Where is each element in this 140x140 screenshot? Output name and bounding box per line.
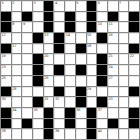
clue-number-14: 14 <box>66 33 70 37</box>
clue-number-37: 37 <box>98 108 102 112</box>
white-cell-r7c11[interactable]: 24 <box>108 65 118 75</box>
clue-number-22: 22 <box>130 54 134 58</box>
white-cell-r8c12[interactable] <box>119 76 129 86</box>
white-cell-r11c6[interactable] <box>54 108 64 118</box>
white-cell-r5c4[interactable] <box>33 44 43 54</box>
white-cell-r8c13[interactable] <box>129 76 139 86</box>
black-cell-r3c5 <box>44 22 54 32</box>
white-cell-r8c6[interactable] <box>54 76 64 86</box>
clue-number-23: 23 <box>2 65 6 69</box>
white-cell-r10c6[interactable]: 32 <box>54 97 64 107</box>
white-cell-r11c4[interactable]: 35 <box>33 108 43 118</box>
white-cell-r8c9[interactable] <box>87 76 97 86</box>
white-cell-r7c7[interactable] <box>65 65 75 75</box>
white-cell-r3c4[interactable] <box>33 22 43 32</box>
clue-number-25: 25 <box>2 76 6 80</box>
white-cell-r11c11[interactable] <box>108 108 118 118</box>
white-cell-r1c3[interactable] <box>22 1 32 11</box>
white-cell-r5c3[interactable] <box>22 44 32 54</box>
white-cell-r13c6[interactable]: 39 <box>54 129 64 139</box>
white-cell-r6c9[interactable] <box>87 54 97 64</box>
black-cell-r3c9 <box>87 22 97 32</box>
white-cell-r4c8[interactable] <box>76 33 86 43</box>
white-cell-r13c1[interactable]: 38 <box>1 129 11 139</box>
white-cell-r9c7[interactable] <box>65 87 75 97</box>
white-cell-r6c1[interactable]: 19 <box>1 54 11 64</box>
white-cell-r8c2[interactable] <box>12 76 22 86</box>
clue-number-18: 18 <box>87 44 91 48</box>
black-cell-r12c11 <box>108 119 118 129</box>
white-cell-r10c7[interactable] <box>65 97 75 107</box>
white-cell-r6c5[interactable]: 20 <box>44 54 54 64</box>
black-cell-r10c4 <box>33 97 43 107</box>
white-cell-r3c3[interactable]: 9 <box>22 22 32 32</box>
black-cell-r2c1 <box>1 12 11 22</box>
white-cell-r10c13[interactable] <box>129 97 139 107</box>
black-cell-r13c9 <box>87 129 97 139</box>
black-cell-r9c1 <box>1 87 11 97</box>
white-cell-r9c9[interactable]: 29 <box>87 87 97 97</box>
black-cell-r5c8 <box>76 44 86 54</box>
black-cell-r10c8 <box>76 97 86 107</box>
white-cell-r10c1[interactable]: 30 <box>1 97 11 107</box>
clue-number-28: 28 <box>12 87 16 91</box>
white-cell-r13c10[interactable]: 40 <box>97 129 107 139</box>
black-cell-r1c9 <box>87 1 97 11</box>
white-cell-r13c7[interactable] <box>65 129 75 139</box>
clue-number-19: 19 <box>2 54 6 58</box>
black-cell-r5c13 <box>129 44 139 54</box>
black-cell-r12c5 <box>44 119 54 129</box>
white-cell-r6c13[interactable]: 22 <box>129 54 139 64</box>
white-cell-r9c12[interactable] <box>119 87 129 97</box>
white-cell-r12c2[interactable] <box>12 119 22 129</box>
black-cell-r7c6 <box>54 65 64 75</box>
white-cell-r1c13[interactable] <box>129 1 139 11</box>
black-cell-r9c6 <box>54 87 64 97</box>
white-cell-r10c9[interactable] <box>87 97 97 107</box>
white-cell-r10c12[interactable] <box>119 97 129 107</box>
black-cell-r3c13 <box>129 22 139 32</box>
black-cell-r3c7 <box>65 22 75 32</box>
black-cell-r2c5 <box>44 12 54 22</box>
black-cell-r6c4 <box>33 54 43 64</box>
white-cell-r13c8[interactable] <box>76 129 86 139</box>
white-cell-r4c13[interactable] <box>129 33 139 43</box>
white-cell-r13c12[interactable] <box>119 129 129 139</box>
white-cell-r13c4[interactable] <box>33 129 43 139</box>
white-cell-r10c2[interactable] <box>12 97 22 107</box>
white-cell-r11c8[interactable]: 36 <box>76 108 86 118</box>
white-cell-r1c6[interactable]: 4 <box>54 1 64 11</box>
white-cell-r13c13[interactable] <box>129 129 139 139</box>
clue-number-12: 12 <box>2 33 6 37</box>
white-cell-r1c2[interactable]: 2 <box>12 1 22 11</box>
black-cell-r11c5 <box>44 108 54 118</box>
black-cell-r10c10 <box>97 97 107 107</box>
white-cell-r13c11[interactable] <box>108 129 118 139</box>
white-cell-r7c12[interactable] <box>119 65 129 75</box>
white-cell-r2c8[interactable] <box>76 12 86 22</box>
white-cell-r5c12[interactable] <box>119 44 129 54</box>
white-cell-r7c9[interactable] <box>87 65 97 75</box>
white-cell-r6c11[interactable]: 21 <box>108 54 118 64</box>
black-cell-r3c1 <box>1 22 11 32</box>
white-cell-r10c11[interactable]: 33 <box>108 97 118 107</box>
white-cell-r11c2[interactable]: 34 <box>12 108 22 118</box>
white-cell-r10c5[interactable]: 31 <box>44 97 54 107</box>
clue-number-13: 13 <box>44 33 48 37</box>
clue-number-3: 3 <box>34 1 36 5</box>
white-cell-r5c7[interactable] <box>65 44 75 54</box>
white-cell-r7c3[interactable] <box>22 65 32 75</box>
white-cell-r9c10[interactable] <box>97 87 107 97</box>
white-cell-r13c2[interactable] <box>12 129 22 139</box>
black-cell-r13c5 <box>44 129 54 139</box>
clue-number-40: 40 <box>98 129 102 133</box>
clue-number-31: 31 <box>44 97 48 101</box>
white-cell-r8c3[interactable] <box>22 76 32 86</box>
white-cell-r9c4[interactable] <box>33 87 43 97</box>
white-cell-r4c11[interactable]: 16 <box>108 33 118 43</box>
white-cell-r11c10[interactable]: 37 <box>97 108 107 118</box>
white-cell-r6c3[interactable] <box>22 54 32 64</box>
clue-number-6: 6 <box>98 1 100 5</box>
clue-number-2: 2 <box>12 1 14 5</box>
black-cell-r5c6 <box>54 44 64 54</box>
black-cell-r2c9 <box>87 12 97 22</box>
white-cell-r1c11[interactable] <box>108 1 118 11</box>
clue-number-39: 39 <box>55 129 59 133</box>
clue-number-15: 15 <box>87 33 91 37</box>
white-cell-r2c12[interactable] <box>119 12 129 22</box>
white-cell-r2c6[interactable] <box>54 12 64 22</box>
white-cell-r7c13[interactable] <box>129 65 139 75</box>
black-cell-r2c3 <box>22 12 32 22</box>
white-cell-r4c12[interactable] <box>119 33 129 43</box>
black-cell-r11c1 <box>1 108 11 118</box>
black-cell-r7c4 <box>33 65 43 75</box>
black-cell-r12c9 <box>87 119 97 129</box>
clue-number-8: 8 <box>12 22 14 26</box>
white-cell-r3c2[interactable]: 8 <box>12 22 22 32</box>
white-cell-r9c11[interactable] <box>108 87 118 97</box>
black-cell-r5c1 <box>1 44 11 54</box>
white-cell-r6c8[interactable] <box>76 54 86 64</box>
white-cell-r5c2[interactable]: 17 <box>12 44 22 54</box>
clue-number-32: 32 <box>55 97 59 101</box>
black-cell-r1c5 <box>44 1 54 11</box>
white-cell-r4c3[interactable] <box>22 33 32 43</box>
crossword-grid: 1234567891011121314151617181920212223242… <box>0 0 140 140</box>
black-cell-r9c13 <box>129 87 139 97</box>
clue-number-26: 26 <box>44 76 48 80</box>
white-cell-r12c6[interactable] <box>54 119 64 129</box>
black-cell-r11c13 <box>129 108 139 118</box>
white-cell-r8c5[interactable]: 26 <box>44 76 54 86</box>
white-cell-r4c9[interactable]: 15 <box>87 33 97 43</box>
black-cell-r8c4 <box>33 76 43 86</box>
clue-number-11: 11 <box>108 22 112 26</box>
white-cell-r9c5[interactable] <box>44 87 54 97</box>
white-cell-r6c2[interactable] <box>12 54 22 64</box>
white-cell-r1c7[interactable] <box>65 1 75 11</box>
black-cell-r9c8 <box>76 87 86 97</box>
white-cell-r8c11[interactable]: 27 <box>108 76 118 86</box>
black-cell-r8c10 <box>97 76 107 86</box>
black-cell-r11c9 <box>87 108 97 118</box>
white-cell-r13c3[interactable] <box>22 129 32 139</box>
white-cell-r5c10[interactable] <box>97 44 107 54</box>
white-cell-r9c3[interactable] <box>22 87 32 97</box>
white-cell-r12c10[interactable] <box>97 119 107 129</box>
clue-number-24: 24 <box>108 65 112 69</box>
white-cell-r12c4[interactable] <box>33 119 43 129</box>
clue-number-10: 10 <box>98 22 102 26</box>
black-cell-r12c3 <box>22 119 32 129</box>
black-cell-r2c11 <box>108 12 118 22</box>
clue-number-29: 29 <box>87 87 91 91</box>
white-cell-r7c2[interactable] <box>12 65 22 75</box>
white-cell-r3c6[interactable] <box>54 22 64 32</box>
black-cell-r7c8 <box>76 65 86 75</box>
clue-number-16: 16 <box>108 33 112 37</box>
white-cell-r3c10[interactable]: 10 <box>97 22 107 32</box>
white-cell-r5c9[interactable]: 18 <box>87 44 97 54</box>
black-cell-r4c6 <box>54 33 64 43</box>
white-cell-r1c8[interactable]: 5 <box>76 1 86 11</box>
black-cell-r4c10 <box>97 33 107 43</box>
black-cell-r2c7 <box>65 12 75 22</box>
white-cell-r2c10[interactable] <box>97 12 107 22</box>
clue-number-21: 21 <box>108 54 112 58</box>
black-cell-r6c10 <box>97 54 107 64</box>
clue-number-38: 38 <box>2 129 6 133</box>
white-cell-r9c2[interactable]: 28 <box>12 87 22 97</box>
black-cell-r12c7 <box>65 119 75 129</box>
white-cell-r6c12[interactable] <box>119 54 129 64</box>
white-cell-r1c4[interactable]: 3 <box>33 1 43 11</box>
black-cell-r12c1 <box>1 119 11 129</box>
black-cell-r2c13 <box>129 12 139 22</box>
white-cell-r4c7[interactable]: 14 <box>65 33 75 43</box>
clue-number-30: 30 <box>2 97 6 101</box>
white-cell-r8c1[interactable]: 25 <box>1 76 11 86</box>
clue-number-17: 17 <box>12 44 16 48</box>
white-cell-r5c11[interactable] <box>108 44 118 54</box>
white-cell-r2c4[interactable] <box>33 12 43 22</box>
white-cell-r7c1[interactable]: 23 <box>1 65 11 75</box>
white-cell-r2c2[interactable] <box>12 12 22 22</box>
clue-number-9: 9 <box>23 22 25 26</box>
black-cell-r11c7 <box>65 108 75 118</box>
white-cell-r4c1[interactable]: 12 <box>1 33 11 43</box>
white-cell-r11c3[interactable] <box>22 108 32 118</box>
clue-number-1: 1 <box>2 1 4 5</box>
clue-number-5: 5 <box>76 1 78 5</box>
white-cell-r10c3[interactable] <box>22 97 32 107</box>
white-cell-r7c5[interactable] <box>44 65 54 75</box>
white-cell-r3c11[interactable]: 11 <box>108 22 118 32</box>
black-cell-r7c10 <box>97 65 107 75</box>
black-cell-r12c13 <box>129 119 139 129</box>
white-cell-r6c6[interactable] <box>54 54 64 64</box>
white-cell-r1c10[interactable]: 6 <box>97 1 107 11</box>
clue-number-4: 4 <box>55 1 57 5</box>
white-cell-r4c2[interactable] <box>12 33 22 43</box>
clue-number-20: 20 <box>44 54 48 58</box>
white-cell-r12c12[interactable] <box>119 119 129 129</box>
clue-number-33: 33 <box>108 97 112 101</box>
white-cell-r3c12[interactable] <box>119 22 129 32</box>
white-cell-r11c12[interactable] <box>119 108 129 118</box>
white-cell-r12c8[interactable] <box>76 119 86 129</box>
white-cell-r8c7[interactable] <box>65 76 75 86</box>
clue-number-34: 34 <box>12 108 16 112</box>
clue-number-35: 35 <box>34 108 38 112</box>
clue-number-36: 36 <box>76 108 80 112</box>
white-cell-r5c5[interactable] <box>44 44 54 54</box>
white-cell-r3c8[interactable] <box>76 22 86 32</box>
white-cell-r8c8[interactable] <box>76 76 86 86</box>
clue-number-7: 7 <box>119 1 121 5</box>
white-cell-r1c1[interactable]: 1 <box>1 1 11 11</box>
white-cell-r4c5[interactable]: 13 <box>44 33 54 43</box>
white-cell-r1c12[interactable]: 7 <box>119 1 129 11</box>
white-cell-r6c7[interactable] <box>65 54 75 64</box>
clue-number-27: 27 <box>108 76 112 80</box>
black-cell-r4c4 <box>33 33 43 43</box>
